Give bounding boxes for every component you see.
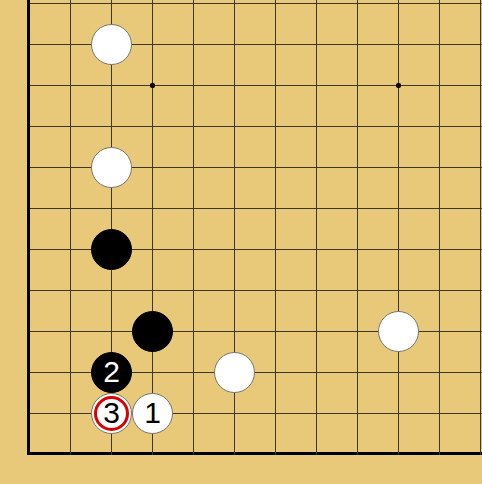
grid-line-vertical — [152, 188, 153, 229]
intersection-M6[interactable] — [460, 229, 482, 270]
intersection-H3[interactable] — [296, 352, 337, 393]
grid-line-vertical — [480, 393, 481, 434]
grid-line-vertical — [275, 188, 276, 229]
grid-line-vertical — [193, 147, 194, 188]
intersection-J6[interactable] — [337, 229, 378, 270]
grid-line-vertical — [275, 0, 276, 24]
white-stone-K4 — [378, 311, 419, 352]
grid-line-vertical — [70, 188, 71, 229]
intersection-L6[interactable] — [419, 229, 460, 270]
grid-line-vertical — [234, 229, 235, 270]
grid-line-vertical — [480, 106, 481, 147]
intersection-B8[interactable] — [50, 147, 91, 188]
intersection-D6[interactable] — [132, 229, 173, 270]
intersection-L10[interactable] — [419, 65, 460, 106]
intersection-E8[interactable] — [173, 147, 214, 188]
grid-line-vertical — [193, 24, 194, 65]
grid-line-vertical — [234, 106, 235, 147]
intersection-D8[interactable] — [132, 147, 173, 188]
grid-line-vertical — [111, 188, 112, 229]
grid-line-vertical — [398, 0, 399, 24]
grid-line-vertical — [111, 0, 112, 24]
intersection-H4[interactable] — [296, 311, 337, 352]
intersection-E9[interactable] — [173, 106, 214, 147]
intersection-F8[interactable] — [214, 147, 255, 188]
intersection-D4[interactable] — [132, 311, 173, 352]
grid-line-vertical — [275, 393, 276, 434]
intersection-K2[interactable] — [378, 393, 419, 434]
intersection-G9[interactable] — [255, 106, 296, 147]
grid-line-vertical — [316, 352, 317, 393]
intersection-A12[interactable] — [9, 0, 50, 24]
intersection-A4[interactable] — [9, 311, 50, 352]
black-stone-D4 — [132, 311, 173, 352]
intersection-C1[interactable] — [91, 434, 132, 475]
grid-line-vertical — [316, 106, 317, 147]
grid-line-vertical — [275, 352, 276, 393]
grid-line-vertical — [275, 24, 276, 65]
intersection-E6[interactable] — [173, 229, 214, 270]
grid-line-vertical — [27, 188, 30, 229]
grid-line-vertical — [70, 352, 71, 393]
intersection-F12[interactable] — [214, 0, 255, 24]
move-number-label: 3 — [103, 398, 120, 428]
grid-line-vertical — [111, 270, 112, 311]
grid-line-vertical — [27, 65, 30, 106]
intersection-L12[interactable] — [419, 0, 460, 24]
intersection-G12[interactable] — [255, 0, 296, 24]
grid-line-vertical — [70, 229, 71, 270]
star-point-K10 — [396, 83, 401, 88]
intersection-E5[interactable] — [173, 270, 214, 311]
grid-line-vertical — [316, 0, 317, 24]
grid-line-vertical — [193, 188, 194, 229]
grid-line-vertical — [398, 188, 399, 229]
grid-line-vertical — [152, 229, 153, 270]
intersection-A10[interactable] — [9, 65, 50, 106]
intersection-C9[interactable] — [91, 106, 132, 147]
grid-line-horizontal — [29, 85, 50, 86]
grid-line-vertical — [480, 188, 481, 229]
intersection-H6[interactable] — [296, 229, 337, 270]
intersection-F4[interactable] — [214, 311, 255, 352]
intersection-A5[interactable] — [9, 270, 50, 311]
intersection-H7[interactable] — [296, 188, 337, 229]
grid-line-vertical — [193, 270, 194, 311]
grid-line-vertical — [152, 270, 153, 311]
intersection-M1[interactable] — [460, 434, 482, 475]
intersection-B3[interactable] — [50, 352, 91, 393]
intersection-J12[interactable] — [337, 0, 378, 24]
grid-line-vertical — [111, 106, 112, 147]
intersection-C2[interactable]: 3 — [91, 393, 132, 434]
intersection-C4[interactable] — [91, 311, 132, 352]
grid-line-vertical — [27, 147, 30, 188]
grid-line-vertical — [398, 393, 399, 434]
intersection-L5[interactable] — [419, 270, 460, 311]
intersection-H12[interactable] — [296, 0, 337, 24]
intersection-M11[interactable] — [460, 24, 482, 65]
grid-line-vertical — [193, 106, 194, 147]
grid-line-horizontal — [460, 126, 482, 127]
intersection-F10[interactable] — [214, 65, 255, 106]
grid-line-horizontal — [460, 85, 482, 86]
grid-line-vertical — [70, 65, 71, 106]
intersection-M2[interactable] — [460, 393, 482, 434]
grid-line-vertical — [152, 434, 153, 455]
grid-line-vertical — [357, 106, 358, 147]
intersection-E1[interactable] — [173, 434, 214, 475]
grid-line-vertical — [27, 311, 30, 352]
intersection-D11[interactable] — [132, 24, 173, 65]
intersection-L8[interactable] — [419, 147, 460, 188]
grid-line-vertical — [480, 270, 481, 311]
intersection-D12[interactable] — [132, 0, 173, 24]
grid-line-vertical — [27, 24, 30, 65]
grid-line-vertical — [357, 229, 358, 270]
star-point-D10 — [150, 83, 155, 88]
black-stone-C3: 2 — [91, 352, 132, 393]
intersection-C6[interactable] — [91, 229, 132, 270]
grid-line-vertical — [480, 24, 481, 65]
grid-line-horizontal — [29, 44, 50, 45]
grid-line-vertical — [316, 229, 317, 270]
intersection-B11[interactable] — [50, 24, 91, 65]
intersection-F6[interactable] — [214, 229, 255, 270]
intersection-C7[interactable] — [91, 188, 132, 229]
intersection-K10[interactable] — [378, 65, 419, 106]
grid-line-vertical — [70, 270, 71, 311]
grid-line-horizontal — [460, 3, 482, 4]
intersection-B5[interactable] — [50, 270, 91, 311]
grid-line-vertical — [357, 393, 358, 434]
grid-line-vertical — [480, 434, 481, 455]
grid-line-vertical — [316, 147, 317, 188]
grid-line-vertical — [439, 434, 440, 455]
intersection-G8[interactable] — [255, 147, 296, 188]
grid-line-horizontal — [29, 413, 50, 414]
grid-line-horizontal — [460, 452, 482, 455]
intersection-C5[interactable] — [91, 270, 132, 311]
grid-line-horizontal — [29, 208, 50, 209]
grid-line-vertical — [316, 434, 317, 455]
intersection-K11[interactable] — [378, 24, 419, 65]
intersection-B12[interactable] — [50, 0, 91, 24]
grid-line-vertical — [439, 147, 440, 188]
grid-line-vertical — [70, 393, 71, 434]
grid-line-vertical — [398, 270, 399, 311]
intersection-E2[interactable] — [173, 393, 214, 434]
grid-line-vertical — [480, 65, 481, 106]
intersection-J1[interactable] — [337, 434, 378, 475]
intersection-D7[interactable] — [132, 188, 173, 229]
intersection-A11[interactable] — [9, 24, 50, 65]
intersection-K6[interactable] — [378, 229, 419, 270]
intersection-G2[interactable] — [255, 393, 296, 434]
grid-line-vertical — [398, 352, 399, 393]
intersection-M10[interactable] — [460, 65, 482, 106]
grid-line-vertical — [193, 434, 194, 455]
grid-line-vertical — [480, 229, 481, 270]
white-stone-D2: 1 — [132, 393, 173, 434]
grid-line-vertical — [234, 270, 235, 311]
grid-line-vertical — [27, 0, 30, 24]
intersection-C11[interactable] — [91, 24, 132, 65]
intersection-H2[interactable] — [296, 393, 337, 434]
grid-line-vertical — [357, 352, 358, 393]
intersection-A6[interactable] — [9, 229, 50, 270]
intersection-B7[interactable] — [50, 188, 91, 229]
intersection-K9[interactable] — [378, 106, 419, 147]
grid-line-vertical — [234, 188, 235, 229]
intersection-B10[interactable] — [50, 65, 91, 106]
grid-line-vertical — [439, 106, 440, 147]
intersection-A8[interactable] — [9, 147, 50, 188]
grid-line-vertical — [316, 270, 317, 311]
grid-line-vertical — [357, 188, 358, 229]
grid-line-horizontal — [460, 372, 482, 373]
intersection-L7[interactable] — [419, 188, 460, 229]
grid-line-vertical — [480, 147, 481, 188]
intersection-M3[interactable] — [460, 352, 482, 393]
intersection-J8[interactable] — [337, 147, 378, 188]
grid-line-horizontal — [29, 126, 50, 127]
grid-line-vertical — [70, 24, 71, 65]
grid-line-vertical — [357, 24, 358, 65]
grid-line-vertical — [27, 434, 30, 455]
intersection-H10[interactable] — [296, 65, 337, 106]
grid-line-vertical — [439, 393, 440, 434]
intersection-L3[interactable] — [419, 352, 460, 393]
grid-line-vertical — [439, 352, 440, 393]
intersection-G7[interactable] — [255, 188, 296, 229]
intersection-B1[interactable] — [50, 434, 91, 475]
intersection-G5[interactable] — [255, 270, 296, 311]
intersection-M7[interactable] — [460, 188, 482, 229]
intersection-F7[interactable] — [214, 188, 255, 229]
intersection-G3[interactable] — [255, 352, 296, 393]
intersection-H5[interactable] — [296, 270, 337, 311]
grid-line-vertical — [70, 434, 71, 455]
intersection-D3[interactable] — [132, 352, 173, 393]
intersection-G11[interactable] — [255, 24, 296, 65]
intersection-F5[interactable] — [214, 270, 255, 311]
intersection-L1[interactable] — [419, 434, 460, 475]
intersection-F3[interactable] — [214, 352, 255, 393]
intersection-E12[interactable] — [173, 0, 214, 24]
go-diagram: 231 — [0, 0, 482, 484]
intersection-M12[interactable] — [460, 0, 482, 24]
grid-line-vertical — [357, 311, 358, 352]
intersection-L11[interactable] — [419, 24, 460, 65]
intersection-K1[interactable] — [378, 434, 419, 475]
move-number-label: 2 — [103, 357, 120, 387]
intersection-J7[interactable] — [337, 188, 378, 229]
intersection-K4[interactable] — [378, 311, 419, 352]
intersection-A7[interactable] — [9, 188, 50, 229]
grid-line-vertical — [480, 352, 481, 393]
grid-line-horizontal — [460, 290, 482, 291]
intersection-B9[interactable] — [50, 106, 91, 147]
intersection-D5[interactable] — [132, 270, 173, 311]
intersection-C10[interactable] — [91, 65, 132, 106]
intersection-K12[interactable] — [378, 0, 419, 24]
grid-line-vertical — [27, 106, 30, 147]
intersection-L9[interactable] — [419, 106, 460, 147]
intersection-E11[interactable] — [173, 24, 214, 65]
grid-line-vertical — [70, 0, 71, 24]
grid-line-horizontal — [460, 331, 482, 332]
intersection-C8[interactable] — [91, 147, 132, 188]
grid-line-vertical — [439, 24, 440, 65]
white-stone-F3 — [214, 352, 255, 393]
black-stone-C6 — [91, 229, 132, 270]
white-stone-C2: 3 — [91, 393, 132, 434]
grid-line-vertical — [234, 311, 235, 352]
grid-line-vertical — [111, 65, 112, 106]
grid-line-vertical — [152, 147, 153, 188]
intersection-J3[interactable] — [337, 352, 378, 393]
intersection-B6[interactable] — [50, 229, 91, 270]
intersection-A2[interactable] — [9, 393, 50, 434]
grid-line-horizontal — [460, 167, 482, 168]
grid-line-horizontal — [29, 167, 50, 168]
intersection-K7[interactable] — [378, 188, 419, 229]
grid-line-vertical — [357, 147, 358, 188]
grid-line-vertical — [439, 65, 440, 106]
intersection-H9[interactable] — [296, 106, 337, 147]
grid-line-vertical — [439, 311, 440, 352]
goban-grid: 231 — [9, 0, 482, 475]
grid-line-vertical — [234, 147, 235, 188]
intersection-A9[interactable] — [9, 106, 50, 147]
intersection-J9[interactable] — [337, 106, 378, 147]
grid-line-vertical — [316, 24, 317, 65]
grid-line-vertical — [357, 270, 358, 311]
grid-line-vertical — [398, 147, 399, 188]
grid-line-vertical — [152, 352, 153, 393]
intersection-J4[interactable] — [337, 311, 378, 352]
white-stone-C8 — [91, 147, 132, 188]
grid-line-vertical — [70, 106, 71, 147]
intersection-C12[interactable] — [91, 0, 132, 24]
intersection-G6[interactable] — [255, 229, 296, 270]
intersection-F11[interactable] — [214, 24, 255, 65]
intersection-K5[interactable] — [378, 270, 419, 311]
grid-line-horizontal — [29, 249, 50, 250]
intersection-F2[interactable] — [214, 393, 255, 434]
intersection-E4[interactable] — [173, 311, 214, 352]
intersection-A1[interactable] — [9, 434, 50, 475]
grid-line-vertical — [234, 65, 235, 106]
grid-line-horizontal — [29, 3, 50, 4]
grid-line-vertical — [152, 0, 153, 24]
grid-line-vertical — [275, 147, 276, 188]
grid-line-vertical — [234, 0, 235, 24]
intersection-G4[interactable] — [255, 311, 296, 352]
grid-line-vertical — [480, 311, 481, 352]
grid-line-vertical — [275, 65, 276, 106]
grid-line-vertical — [193, 311, 194, 352]
intersection-F9[interactable] — [214, 106, 255, 147]
intersection-H11[interactable] — [296, 24, 337, 65]
grid-line-vertical — [70, 311, 71, 352]
grid-line-horizontal — [29, 372, 50, 373]
intersection-J10[interactable] — [337, 65, 378, 106]
intersection-B2[interactable] — [50, 393, 91, 434]
grid-line-vertical — [275, 311, 276, 352]
intersection-G10[interactable] — [255, 65, 296, 106]
intersection-G1[interactable] — [255, 434, 296, 475]
grid-line-vertical — [398, 106, 399, 147]
grid-line-vertical — [275, 434, 276, 455]
grid-line-vertical — [111, 311, 112, 352]
intersection-D9[interactable] — [132, 106, 173, 147]
grid-line-vertical — [193, 65, 194, 106]
grid-line-vertical — [275, 106, 276, 147]
intersection-E10[interactable] — [173, 65, 214, 106]
intersection-M9[interactable] — [460, 106, 482, 147]
intersection-H1[interactable] — [296, 434, 337, 475]
intersection-J2[interactable] — [337, 393, 378, 434]
intersection-E7[interactable] — [173, 188, 214, 229]
grid-line-vertical — [316, 311, 317, 352]
intersection-L4[interactable] — [419, 311, 460, 352]
intersection-H8[interactable] — [296, 147, 337, 188]
grid-line-vertical — [316, 393, 317, 434]
intersection-J11[interactable] — [337, 24, 378, 65]
grid-line-vertical — [27, 229, 30, 270]
intersection-L2[interactable] — [419, 393, 460, 434]
intersection-M4[interactable] — [460, 311, 482, 352]
grid-line-vertical — [27, 393, 30, 434]
grid-line-horizontal — [460, 208, 482, 209]
grid-line-vertical — [439, 188, 440, 229]
grid-line-vertical — [152, 106, 153, 147]
intersection-A3[interactable] — [9, 352, 50, 393]
grid-line-vertical — [316, 65, 317, 106]
grid-line-vertical — [111, 434, 112, 455]
intersection-M5[interactable] — [460, 270, 482, 311]
intersection-J5[interactable] — [337, 270, 378, 311]
intersection-D2[interactable]: 1 — [132, 393, 173, 434]
intersection-K8[interactable] — [378, 147, 419, 188]
intersection-C3[interactable]: 2 — [91, 352, 132, 393]
grid-line-vertical — [398, 24, 399, 65]
grid-line-vertical — [357, 65, 358, 106]
grid-line-vertical — [234, 393, 235, 434]
grid-line-vertical — [398, 229, 399, 270]
grid-line-vertical — [439, 0, 440, 24]
grid-line-horizontal — [29, 290, 50, 291]
grid-line-vertical — [357, 0, 358, 24]
intersection-M8[interactable] — [460, 147, 482, 188]
intersection-D1[interactable] — [132, 434, 173, 475]
grid-line-vertical — [316, 188, 317, 229]
grid-line-vertical — [193, 352, 194, 393]
grid-line-vertical — [275, 229, 276, 270]
intersection-F1[interactable] — [214, 434, 255, 475]
intersection-B4[interactable] — [50, 311, 91, 352]
grid-line-vertical — [152, 24, 153, 65]
grid-line-vertical — [357, 434, 358, 455]
grid-line-vertical — [439, 229, 440, 270]
intersection-D10[interactable] — [132, 65, 173, 106]
grid-line-horizontal — [460, 249, 482, 250]
grid-line-vertical — [439, 270, 440, 311]
intersection-K3[interactable] — [378, 352, 419, 393]
intersection-E3[interactable] — [173, 352, 214, 393]
